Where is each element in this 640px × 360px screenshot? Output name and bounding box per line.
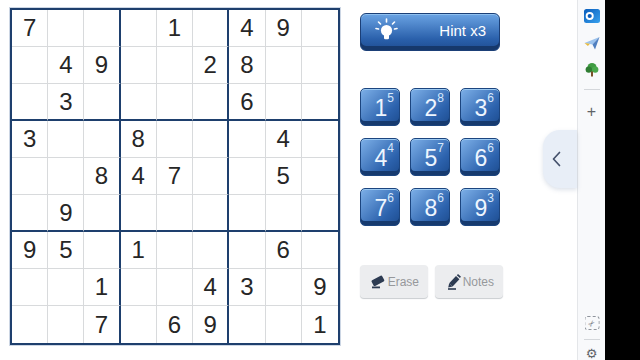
numpad-button-6[interactable]: 66 [460, 138, 500, 176]
numpad-button-3[interactable]: 36 [460, 88, 500, 126]
sudoku-cell-r7c7[interactable] [229, 232, 265, 269]
numpad-remaining-count: 3 [487, 192, 494, 204]
sudoku-cell-r3c8[interactable] [266, 84, 302, 121]
tree-icon[interactable] [584, 62, 600, 78]
sudoku-cell-r1c4[interactable] [121, 10, 157, 47]
sudoku-cell-r4c9[interactable] [302, 121, 338, 158]
sudoku-cell-r2c8[interactable] [266, 47, 302, 84]
sudoku-cell-r3c5[interactable] [157, 84, 193, 121]
numpad-remaining-count: 6 [487, 92, 494, 104]
sudoku-cell-r8c3[interactable]: 1 [84, 269, 120, 306]
sudoku-cell-r6c2[interactable]: 9 [48, 195, 84, 232]
numpad-digit: 9 [475, 197, 488, 220]
sudoku-cell-r5c7[interactable] [229, 158, 265, 195]
numpad: 152836445766768693 [360, 88, 500, 226]
sudoku-cell-r2c2[interactable]: 4 [48, 47, 84, 84]
sudoku-cell-r3c7[interactable]: 6 [229, 84, 265, 121]
sudoku-cell-r6c7[interactable] [229, 195, 265, 232]
sudoku-cell-r8c9[interactable]: 9 [302, 269, 338, 306]
sudoku-cell-r1c1[interactable]: 7 [12, 10, 48, 47]
sudoku-cell-r7c3[interactable] [84, 232, 120, 269]
sudoku-cell-r1c3[interactable] [84, 10, 120, 47]
numpad-remaining-count: 4 [387, 142, 394, 154]
sudoku-cell-r8c2[interactable] [48, 269, 84, 306]
sudoku-cell-r7c2[interactable]: 5 [48, 232, 84, 269]
eraser-icon [369, 274, 387, 290]
sudoku-cell-r4c5[interactable] [157, 121, 193, 158]
sudoku-cell-r7c4[interactable]: 1 [121, 232, 157, 269]
sudoku-cell-r9c8[interactable] [266, 306, 302, 343]
numpad-button-9[interactable]: 93 [460, 188, 500, 226]
sudoku-cell-r5c4[interactable]: 4 [121, 158, 157, 195]
sudoku-cell-r8c1[interactable] [12, 269, 48, 306]
sudoku-cell-r5c3[interactable]: 8 [84, 158, 120, 195]
sidebar-collapse-button[interactable] [543, 130, 577, 188]
sudoku-cell-r2c9[interactable] [302, 47, 338, 84]
numpad-button-4[interactable]: 44 [360, 138, 400, 176]
sudoku-cell-r6c9[interactable] [302, 195, 338, 232]
sudoku-cell-r6c8[interactable] [266, 195, 302, 232]
numpad-button-7[interactable]: 76 [360, 188, 400, 226]
numpad-button-2[interactable]: 28 [410, 88, 450, 126]
sudoku-cell-r1c6[interactable] [193, 10, 229, 47]
sudoku-cell-r6c1[interactable] [12, 195, 48, 232]
sudoku-cell-r7c8[interactable]: 6 [266, 232, 302, 269]
sudoku-cell-r2c3[interactable]: 9 [84, 47, 120, 84]
sudoku-cell-r5c1[interactable] [12, 158, 48, 195]
sudoku-cell-r1c7[interactable]: 4 [229, 10, 265, 47]
edge-sidebar: + ✂ ⚙ [577, 0, 605, 360]
lightbulb-icon [375, 18, 399, 44]
sudoku-cell-r7c1[interactable]: 9 [12, 232, 48, 269]
sudoku-cell-r3c1[interactable] [12, 84, 48, 121]
numpad-button-5[interactable]: 57 [410, 138, 450, 176]
sudoku-cell-r3c3[interactable] [84, 84, 120, 121]
sudoku-cell-r6c6[interactable] [193, 195, 229, 232]
outlook-icon[interactable] [583, 8, 600, 24]
sudoku-cell-r8c8[interactable] [266, 269, 302, 306]
sudoku-cell-r9c1[interactable] [12, 306, 48, 343]
sudoku-cell-r4c2[interactable] [48, 121, 84, 158]
sudoku-cell-r9c5[interactable]: 6 [157, 306, 193, 343]
sudoku-cell-r6c4[interactable] [121, 195, 157, 232]
sidebar-divider [584, 89, 600, 90]
hint-button[interactable]: Hint x3 [360, 13, 500, 51]
sudoku-cell-r7c9[interactable] [302, 232, 338, 269]
sudoku-cell-r4c6[interactable] [193, 121, 229, 158]
notes-button[interactable]: Notes [435, 265, 503, 298]
numpad-remaining-count: 7 [437, 142, 444, 154]
sudoku-board: 714949283638484759951614397691 [10, 8, 340, 345]
sudoku-cell-r2c6[interactable]: 2 [193, 47, 229, 84]
erase-label: Erase [388, 275, 419, 289]
sudoku-cell-r8c5[interactable] [157, 269, 193, 306]
sudoku-cell-r8c6[interactable]: 4 [193, 269, 229, 306]
sudoku-cell-r3c9[interactable] [302, 84, 338, 121]
drop-paper-plane-icon[interactable] [583, 36, 600, 51]
sudoku-cell-r6c5[interactable] [157, 195, 193, 232]
numpad-remaining-count: 6 [387, 192, 394, 204]
sudoku-cell-r2c4[interactable] [121, 47, 157, 84]
sudoku-cell-r8c7[interactable]: 3 [229, 269, 265, 306]
numpad-digit: 7 [375, 197, 388, 220]
sudoku-cell-r3c6[interactable] [193, 84, 229, 121]
numpad-button-8[interactable]: 86 [410, 188, 450, 226]
sudoku-cell-r1c9[interactable] [302, 10, 338, 47]
numpad-digit: 5 [425, 147, 438, 170]
numpad-digit: 3 [475, 97, 488, 120]
sudoku-cell-r9c4[interactable] [121, 306, 157, 343]
numpad-remaining-count: 6 [437, 192, 444, 204]
sudoku-cell-r1c2[interactable] [48, 10, 84, 47]
numpad-digit: 4 [375, 147, 388, 170]
sudoku-cell-r2c5[interactable] [157, 47, 193, 84]
sudoku-cell-r9c9[interactable]: 1 [302, 306, 338, 343]
numpad-digit: 6 [475, 147, 488, 170]
sudoku-cell-r4c1[interactable]: 3 [12, 121, 48, 158]
sudoku-cell-r3c4[interactable] [121, 84, 157, 121]
sudoku-cell-r2c7[interactable]: 8 [229, 47, 265, 84]
erase-button[interactable]: Erase [360, 265, 428, 298]
sidebar-divider [584, 339, 600, 340]
sudoku-cell-r7c5[interactable] [157, 232, 193, 269]
sudoku-cell-r4c3[interactable] [84, 121, 120, 158]
numpad-button-1[interactable]: 15 [360, 88, 400, 126]
pencil-icon [444, 274, 462, 290]
sudoku-cell-r4c7[interactable] [229, 121, 265, 158]
sudoku-cell-r4c8[interactable]: 4 [266, 121, 302, 158]
sudoku-cell-r1c5[interactable]: 1 [157, 10, 193, 47]
sudoku-cell-r5c5[interactable]: 7 [157, 158, 193, 195]
sudoku-cell-r6c3[interactable] [84, 195, 120, 232]
sudoku-cell-r9c3[interactable]: 7 [84, 306, 120, 343]
hint-label: Hint x3 [439, 22, 486, 39]
sudoku-cell-r2c1[interactable] [12, 47, 48, 84]
numpad-digit: 1 [375, 97, 388, 120]
numpad-digit: 2 [425, 97, 438, 120]
notes-label: Notes [463, 275, 494, 289]
sudoku-cell-r4c4[interactable]: 8 [121, 121, 157, 158]
add-button[interactable]: + [587, 103, 596, 121]
screen-letterbox [605, 0, 640, 360]
sudoku-cell-r1c8[interactable]: 9 [266, 10, 302, 47]
numpad-remaining-count: 8 [437, 92, 444, 104]
web-capture-icon[interactable]: ✂ [584, 316, 599, 330]
numpad-digit: 8 [425, 197, 438, 220]
sudoku-cell-r9c2[interactable] [48, 306, 84, 343]
sudoku-cell-r9c6[interactable]: 9 [193, 306, 229, 343]
sudoku-cell-r3c2[interactable]: 3 [48, 84, 84, 121]
sudoku-cell-r9c7[interactable] [229, 306, 265, 343]
sudoku-cell-r7c6[interactable] [193, 232, 229, 269]
sudoku-app: 714949283638484759951614397691 Hint x3 1… [0, 0, 640, 360]
sudoku-cell-r5c9[interactable] [302, 158, 338, 195]
sudoku-cell-r5c8[interactable]: 5 [266, 158, 302, 195]
numpad-remaining-count: 5 [387, 92, 394, 104]
sudoku-cell-r8c4[interactable] [121, 269, 157, 306]
chevron-left-icon [550, 150, 563, 168]
sudoku-cell-r5c2[interactable] [48, 158, 84, 195]
settings-icon[interactable]: ⚙ [586, 346, 598, 360]
numpad-remaining-count: 6 [487, 142, 494, 154]
sudoku-cell-r5c6[interactable] [193, 158, 229, 195]
